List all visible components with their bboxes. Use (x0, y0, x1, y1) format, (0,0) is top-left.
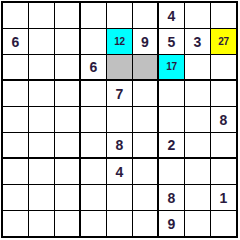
cell-r1c1[interactable] (3, 3, 28, 28)
cell-r5c9[interactable]: 8 (211, 107, 236, 132)
cell-r5c2[interactable] (29, 107, 54, 132)
sudoku-board: 46129532761778824819 (1, 1, 238, 238)
cell-r1c5[interactable] (107, 3, 132, 28)
cell-r2c7[interactable]: 5 (159, 29, 184, 54)
cell-r1c2[interactable] (29, 3, 54, 28)
cell-r4c4[interactable] (81, 81, 106, 106)
cell-r5c5[interactable] (107, 107, 132, 132)
cell-r3c5[interactable] (107, 55, 132, 80)
cell-r7c2[interactable] (29, 159, 54, 184)
cell-r3c2[interactable] (29, 55, 54, 80)
cell-r4c6[interactable] (133, 81, 158, 106)
cell-r9c4[interactable] (81, 211, 106, 236)
cell-r1c3[interactable] (55, 3, 80, 28)
cell-r3c4[interactable]: 6 (81, 55, 106, 80)
cell-r8c7[interactable]: 8 (159, 185, 184, 210)
cell-r3c1[interactable] (3, 55, 28, 80)
cell-r4c5[interactable]: 7 (107, 81, 132, 106)
cell-r7c7[interactable] (159, 159, 184, 184)
cell-r5c4[interactable] (81, 107, 106, 132)
cell-r4c9[interactable] (211, 81, 236, 106)
cell-r8c2[interactable] (29, 185, 54, 210)
cell-r2c6[interactable]: 9 (133, 29, 158, 54)
cell-r8c9[interactable]: 1 (211, 185, 236, 210)
cell-r7c4[interactable] (81, 159, 106, 184)
cell-r8c4[interactable] (81, 185, 106, 210)
cell-r7c1[interactable] (3, 159, 28, 184)
cell-r9c3[interactable] (55, 211, 80, 236)
cell-r3c7[interactable]: 17 (159, 55, 184, 80)
cell-r4c8[interactable] (185, 81, 210, 106)
cell-r7c6[interactable] (133, 159, 158, 184)
cell-r2c2[interactable] (29, 29, 54, 54)
cell-r9c7[interactable]: 9 (159, 211, 184, 236)
cell-r7c3[interactable] (55, 159, 80, 184)
cell-r7c5[interactable]: 4 (107, 159, 132, 184)
cell-r8c6[interactable] (133, 185, 158, 210)
cell-r5c8[interactable] (185, 107, 210, 132)
cell-r6c3[interactable] (55, 133, 80, 158)
cell-r3c6[interactable] (133, 55, 158, 80)
cell-r2c1[interactable]: 6 (3, 29, 28, 54)
cell-r1c8[interactable] (185, 3, 210, 28)
cell-r4c3[interactable] (55, 81, 80, 106)
cell-r6c4[interactable] (81, 133, 106, 158)
cell-r6c1[interactable] (3, 133, 28, 158)
cell-r2c4[interactable] (81, 29, 106, 54)
cell-r4c2[interactable] (29, 81, 54, 106)
cell-r4c1[interactable] (3, 81, 28, 106)
cell-r6c7[interactable]: 2 (159, 133, 184, 158)
cell-r9c8[interactable] (185, 211, 210, 236)
cell-r5c1[interactable] (3, 107, 28, 132)
cell-r1c7[interactable]: 4 (159, 3, 184, 28)
cell-r8c5[interactable] (107, 185, 132, 210)
cell-r2c9[interactable]: 27 (211, 29, 236, 54)
cell-r3c8[interactable] (185, 55, 210, 80)
cell-r9c6[interactable] (133, 211, 158, 236)
cell-r7c8[interactable] (185, 159, 210, 184)
cell-r6c5[interactable]: 8 (107, 133, 132, 158)
cell-r5c7[interactable] (159, 107, 184, 132)
cell-r5c3[interactable] (55, 107, 80, 132)
cell-r5c6[interactable] (133, 107, 158, 132)
cell-r6c6[interactable] (133, 133, 158, 158)
cell-r3c9[interactable] (211, 55, 236, 80)
cell-r2c5[interactable]: 12 (107, 29, 132, 54)
cell-r3c3[interactable] (55, 55, 80, 80)
cell-r1c4[interactable] (81, 3, 106, 28)
cell-r9c1[interactable] (3, 211, 28, 236)
cell-r2c8[interactable]: 3 (185, 29, 210, 54)
cell-r8c8[interactable] (185, 185, 210, 210)
cell-r2c3[interactable] (55, 29, 80, 54)
cell-r7c9[interactable] (211, 159, 236, 184)
cell-r9c2[interactable] (29, 211, 54, 236)
cell-r8c1[interactable] (3, 185, 28, 210)
cell-r6c8[interactable] (185, 133, 210, 158)
cell-r1c9[interactable] (211, 3, 236, 28)
cell-r8c3[interactable] (55, 185, 80, 210)
cell-r6c9[interactable] (211, 133, 236, 158)
cell-r1c6[interactable] (133, 3, 158, 28)
cell-r6c2[interactable] (29, 133, 54, 158)
cell-r4c7[interactable] (159, 81, 184, 106)
cell-r9c5[interactable] (107, 211, 132, 236)
cell-r9c9[interactable] (211, 211, 236, 236)
